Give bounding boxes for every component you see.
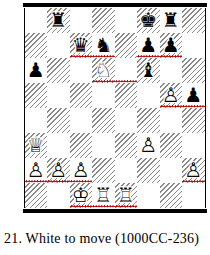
piece-black-pawn: ♟♟: [25, 58, 48, 83]
chess-diagram-page: ♜♜♚♚♜♜♛♛♞♞♟♟♟♟♟♟♞♘♝♝♟♙♟♟♛♕♟♙♟♙♟♙♟♙♟♙♚♔♜♖…: [0, 0, 210, 255]
spellcheck-squiggle: [70, 205, 93, 208]
square-c1: ♚♔: [70, 183, 93, 208]
square-c6: [70, 58, 93, 83]
square-a5: [25, 83, 48, 108]
square-e4: [115, 108, 138, 133]
square-a7: [25, 33, 48, 58]
square-d3: [92, 133, 115, 158]
piece-glyph: ♙: [139, 135, 157, 155]
square-g8: ♜♜: [160, 8, 183, 33]
square-e2: [115, 158, 138, 183]
square-d4: [92, 108, 115, 133]
square-c2: ♟♙: [70, 158, 93, 183]
square-b4: [47, 108, 70, 133]
piece-glyph: ♖: [94, 185, 112, 205]
square-d8: [92, 8, 115, 33]
square-e3: [115, 133, 138, 158]
square-d1: ♜♖: [92, 183, 115, 208]
square-f4: [137, 108, 160, 133]
square-g1: [160, 183, 183, 208]
board-top-border: [23, 3, 207, 7]
square-b1: [47, 183, 70, 208]
diagram-caption: 21. White to move (1000CC-236): [4, 231, 199, 247]
square-a6: ♟♟: [25, 58, 48, 83]
square-e8: [115, 8, 138, 33]
square-e5: [115, 83, 138, 108]
piece-glyph: ♜: [162, 10, 180, 30]
square-e7: [115, 33, 138, 58]
piece-glyph: ♖: [117, 185, 135, 205]
square-g2: [160, 158, 183, 183]
square-b2: ♟♙: [47, 158, 70, 183]
piece-glyph: ♞: [94, 35, 112, 55]
square-h8: [182, 8, 205, 33]
piece-glyph: ♜: [49, 10, 67, 30]
square-d5: [92, 83, 115, 108]
square-d7: ♞♞: [92, 33, 115, 58]
piece-glyph: ♟: [162, 35, 180, 55]
square-a3: ♛♕: [25, 133, 48, 158]
spellcheck-squiggle: [115, 205, 138, 208]
piece-glyph: ♟: [139, 35, 157, 55]
square-h4: [182, 108, 205, 133]
board-bottom-border: [23, 209, 207, 213]
square-b3: [47, 133, 70, 158]
square-c8: [70, 8, 93, 33]
square-e6: [115, 58, 138, 83]
piece-glyph: ♙: [27, 160, 45, 180]
square-g5: ♟♙: [160, 83, 183, 108]
piece-glyph: ♙: [162, 85, 180, 105]
square-b6: [47, 58, 70, 83]
piece-glyph: ♚: [139, 10, 157, 30]
square-b7: [47, 33, 70, 58]
square-c4: [70, 108, 93, 133]
piece-glyph: ♕: [27, 135, 45, 155]
piece-glyph: ♔: [72, 185, 90, 205]
square-g3: [160, 133, 183, 158]
square-c7: ♛♛: [70, 33, 93, 58]
square-f5: [137, 83, 160, 108]
square-f2: [137, 158, 160, 183]
square-h2: ♟♙: [182, 158, 205, 183]
square-b5: [47, 83, 70, 108]
board-grid: ♜♜♚♚♜♜♛♛♞♞♟♟♟♟♟♟♞♘♝♝♟♙♟♟♛♕♟♙♟♙♟♙♟♙♟♙♚♔♜♖…: [24, 8, 206, 208]
square-g6: [160, 58, 183, 83]
square-f3: ♟♙: [137, 133, 160, 158]
square-h3: [182, 133, 205, 158]
piece-glyph: ♛: [72, 35, 90, 55]
piece-white-pawn: ♟♙: [137, 133, 160, 158]
square-d6: ♞♘: [92, 58, 115, 83]
square-h6: [182, 58, 205, 83]
square-f1: [137, 183, 160, 208]
piece-glyph: ♘: [94, 60, 112, 80]
square-g4: [160, 108, 183, 133]
square-d2: [92, 158, 115, 183]
piece-black-rook: ♜♜: [47, 8, 70, 33]
piece-glyph: ♙: [49, 160, 67, 180]
piece-glyph: ♝: [139, 60, 157, 80]
piece-glyph: ♙: [184, 160, 202, 180]
chess-board: ♜♜♚♚♜♜♛♛♞♞♟♟♟♟♟♟♞♘♝♝♟♙♟♟♛♕♟♙♟♙♟♙♟♙♟♙♚♔♜♖…: [23, 3, 207, 213]
square-c5: [70, 83, 93, 108]
square-f7: ♟♟: [137, 33, 160, 58]
square-e1: ♜♖: [115, 183, 138, 208]
piece-white-queen: ♛♕: [25, 133, 48, 158]
square-c3: [70, 133, 93, 158]
spellcheck-squiggle: [92, 205, 115, 208]
piece-black-rook: ♜♜: [160, 8, 183, 33]
piece-black-king: ♚♚: [137, 8, 160, 33]
square-a2: ♟♙: [25, 158, 48, 183]
square-a8: [25, 8, 48, 33]
piece-glyph: ♟: [27, 60, 45, 80]
square-g7: ♟♟: [160, 33, 183, 58]
square-h5: ♟♟: [182, 83, 205, 108]
piece-black-bishop: ♝♝: [137, 58, 160, 83]
square-f6: ♝♝: [137, 58, 160, 83]
square-a1: [25, 183, 48, 208]
piece-glyph: ♙: [72, 160, 90, 180]
square-h1: [182, 183, 205, 208]
piece-glyph: ♟: [184, 85, 202, 105]
square-b8: ♜♜: [47, 8, 70, 33]
square-f8: ♚♚: [137, 8, 160, 33]
square-a4: [25, 108, 48, 133]
square-h7: [182, 33, 205, 58]
